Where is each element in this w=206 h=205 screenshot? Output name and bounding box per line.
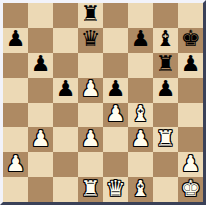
square-b6[interactable]: ♟	[28, 53, 53, 78]
piece-white-bishop: ♝	[131, 178, 151, 200]
square-c8[interactable]	[53, 3, 78, 28]
square-g4[interactable]	[153, 103, 178, 128]
square-a3[interactable]	[3, 127, 28, 152]
square-b5[interactable]	[28, 78, 53, 103]
piece-white-pawn: ♟	[6, 153, 26, 175]
chess-board: ♜♟♛♟♝♚♟♜♟♟♟♟♟♟♝♟♟♟♜♟♟♜♛♝♚	[3, 3, 203, 202]
piece-white-rook: ♜	[156, 128, 176, 150]
piece-black-rook: ♜	[81, 3, 101, 25]
piece-white-pawn: ♟	[81, 128, 101, 150]
square-b4[interactable]	[28, 103, 53, 128]
square-a4[interactable]	[3, 103, 28, 128]
square-e4[interactable]: ♟	[103, 103, 128, 128]
square-h2[interactable]: ♟	[178, 152, 203, 177]
piece-white-queen: ♛	[106, 178, 126, 200]
square-f1[interactable]: ♝	[128, 177, 153, 202]
square-d7[interactable]: ♛	[78, 28, 103, 53]
square-f3[interactable]: ♟	[128, 127, 153, 152]
piece-black-pawn: ♟	[106, 78, 126, 100]
square-h1[interactable]: ♚	[178, 177, 203, 202]
square-g2[interactable]	[153, 152, 178, 177]
square-f7[interactable]: ♟	[128, 28, 153, 53]
square-f4[interactable]: ♝	[128, 103, 153, 128]
square-d8[interactable]: ♜	[78, 3, 103, 28]
square-g6[interactable]: ♜	[153, 53, 178, 78]
square-h8[interactable]	[178, 3, 203, 28]
square-a8[interactable]	[3, 3, 28, 28]
square-e3[interactable]	[103, 127, 128, 152]
square-c5[interactable]: ♟	[53, 78, 78, 103]
square-h4[interactable]	[178, 103, 203, 128]
square-b8[interactable]	[28, 3, 53, 28]
square-e7[interactable]	[103, 28, 128, 53]
square-b7[interactable]	[28, 28, 53, 53]
piece-black-bishop: ♝	[156, 28, 176, 50]
square-b3[interactable]: ♟	[28, 127, 53, 152]
square-c6[interactable]	[53, 53, 78, 78]
piece-black-pawn: ♟	[181, 53, 201, 75]
square-f5[interactable]	[128, 78, 153, 103]
square-c1[interactable]	[53, 177, 78, 202]
square-c7[interactable]	[53, 28, 78, 53]
square-d1[interactable]: ♜	[78, 177, 103, 202]
square-f2[interactable]	[128, 152, 153, 177]
piece-black-pawn: ♟	[6, 28, 26, 50]
square-e1[interactable]: ♛	[103, 177, 128, 202]
square-f6[interactable]	[128, 53, 153, 78]
piece-black-king: ♚	[181, 28, 201, 50]
piece-black-rook: ♜	[156, 53, 176, 75]
square-g7[interactable]: ♝	[153, 28, 178, 53]
square-e6[interactable]	[103, 53, 128, 78]
square-d6[interactable]	[78, 53, 103, 78]
piece-black-pawn: ♟	[31, 53, 51, 75]
square-g5[interactable]: ♟	[153, 78, 178, 103]
square-d3[interactable]: ♟	[78, 127, 103, 152]
square-h3[interactable]	[178, 127, 203, 152]
square-e8[interactable]	[103, 3, 128, 28]
piece-white-pawn: ♟	[31, 128, 51, 150]
piece-black-pawn: ♟	[131, 28, 151, 50]
square-a5[interactable]	[3, 78, 28, 103]
square-c2[interactable]	[53, 152, 78, 177]
square-a1[interactable]	[3, 177, 28, 202]
square-c3[interactable]	[53, 127, 78, 152]
square-b1[interactable]	[28, 177, 53, 202]
square-e2[interactable]	[103, 152, 128, 177]
square-f8[interactable]	[128, 3, 153, 28]
square-g3[interactable]: ♜	[153, 127, 178, 152]
square-h6[interactable]: ♟	[178, 53, 203, 78]
square-a2[interactable]: ♟	[3, 152, 28, 177]
piece-white-pawn: ♟	[131, 128, 151, 150]
piece-white-king: ♚	[181, 178, 201, 200]
piece-white-pawn: ♟	[81, 78, 101, 100]
piece-black-pawn: ♟	[156, 78, 176, 100]
square-a7[interactable]: ♟	[3, 28, 28, 53]
square-d4[interactable]	[78, 103, 103, 128]
square-d5[interactable]: ♟	[78, 78, 103, 103]
piece-white-pawn: ♟	[181, 153, 201, 175]
square-h5[interactable]	[178, 78, 203, 103]
square-b2[interactable]	[28, 152, 53, 177]
piece-black-pawn: ♟	[56, 78, 76, 100]
square-h7[interactable]: ♚	[178, 28, 203, 53]
board-frame: ♜♟♛♟♝♚♟♜♟♟♟♟♟♟♝♟♟♟♜♟♟♜♛♝♚	[0, 0, 206, 205]
piece-white-bishop: ♝	[131, 103, 151, 125]
piece-black-queen: ♛	[81, 28, 101, 50]
square-e5[interactable]: ♟	[103, 78, 128, 103]
square-a6[interactable]	[3, 53, 28, 78]
square-g8[interactable]	[153, 3, 178, 28]
square-c4[interactable]	[53, 103, 78, 128]
piece-white-pawn: ♟	[106, 103, 126, 125]
piece-white-rook: ♜	[81, 178, 101, 200]
square-d2[interactable]	[78, 152, 103, 177]
square-g1[interactable]	[153, 177, 178, 202]
